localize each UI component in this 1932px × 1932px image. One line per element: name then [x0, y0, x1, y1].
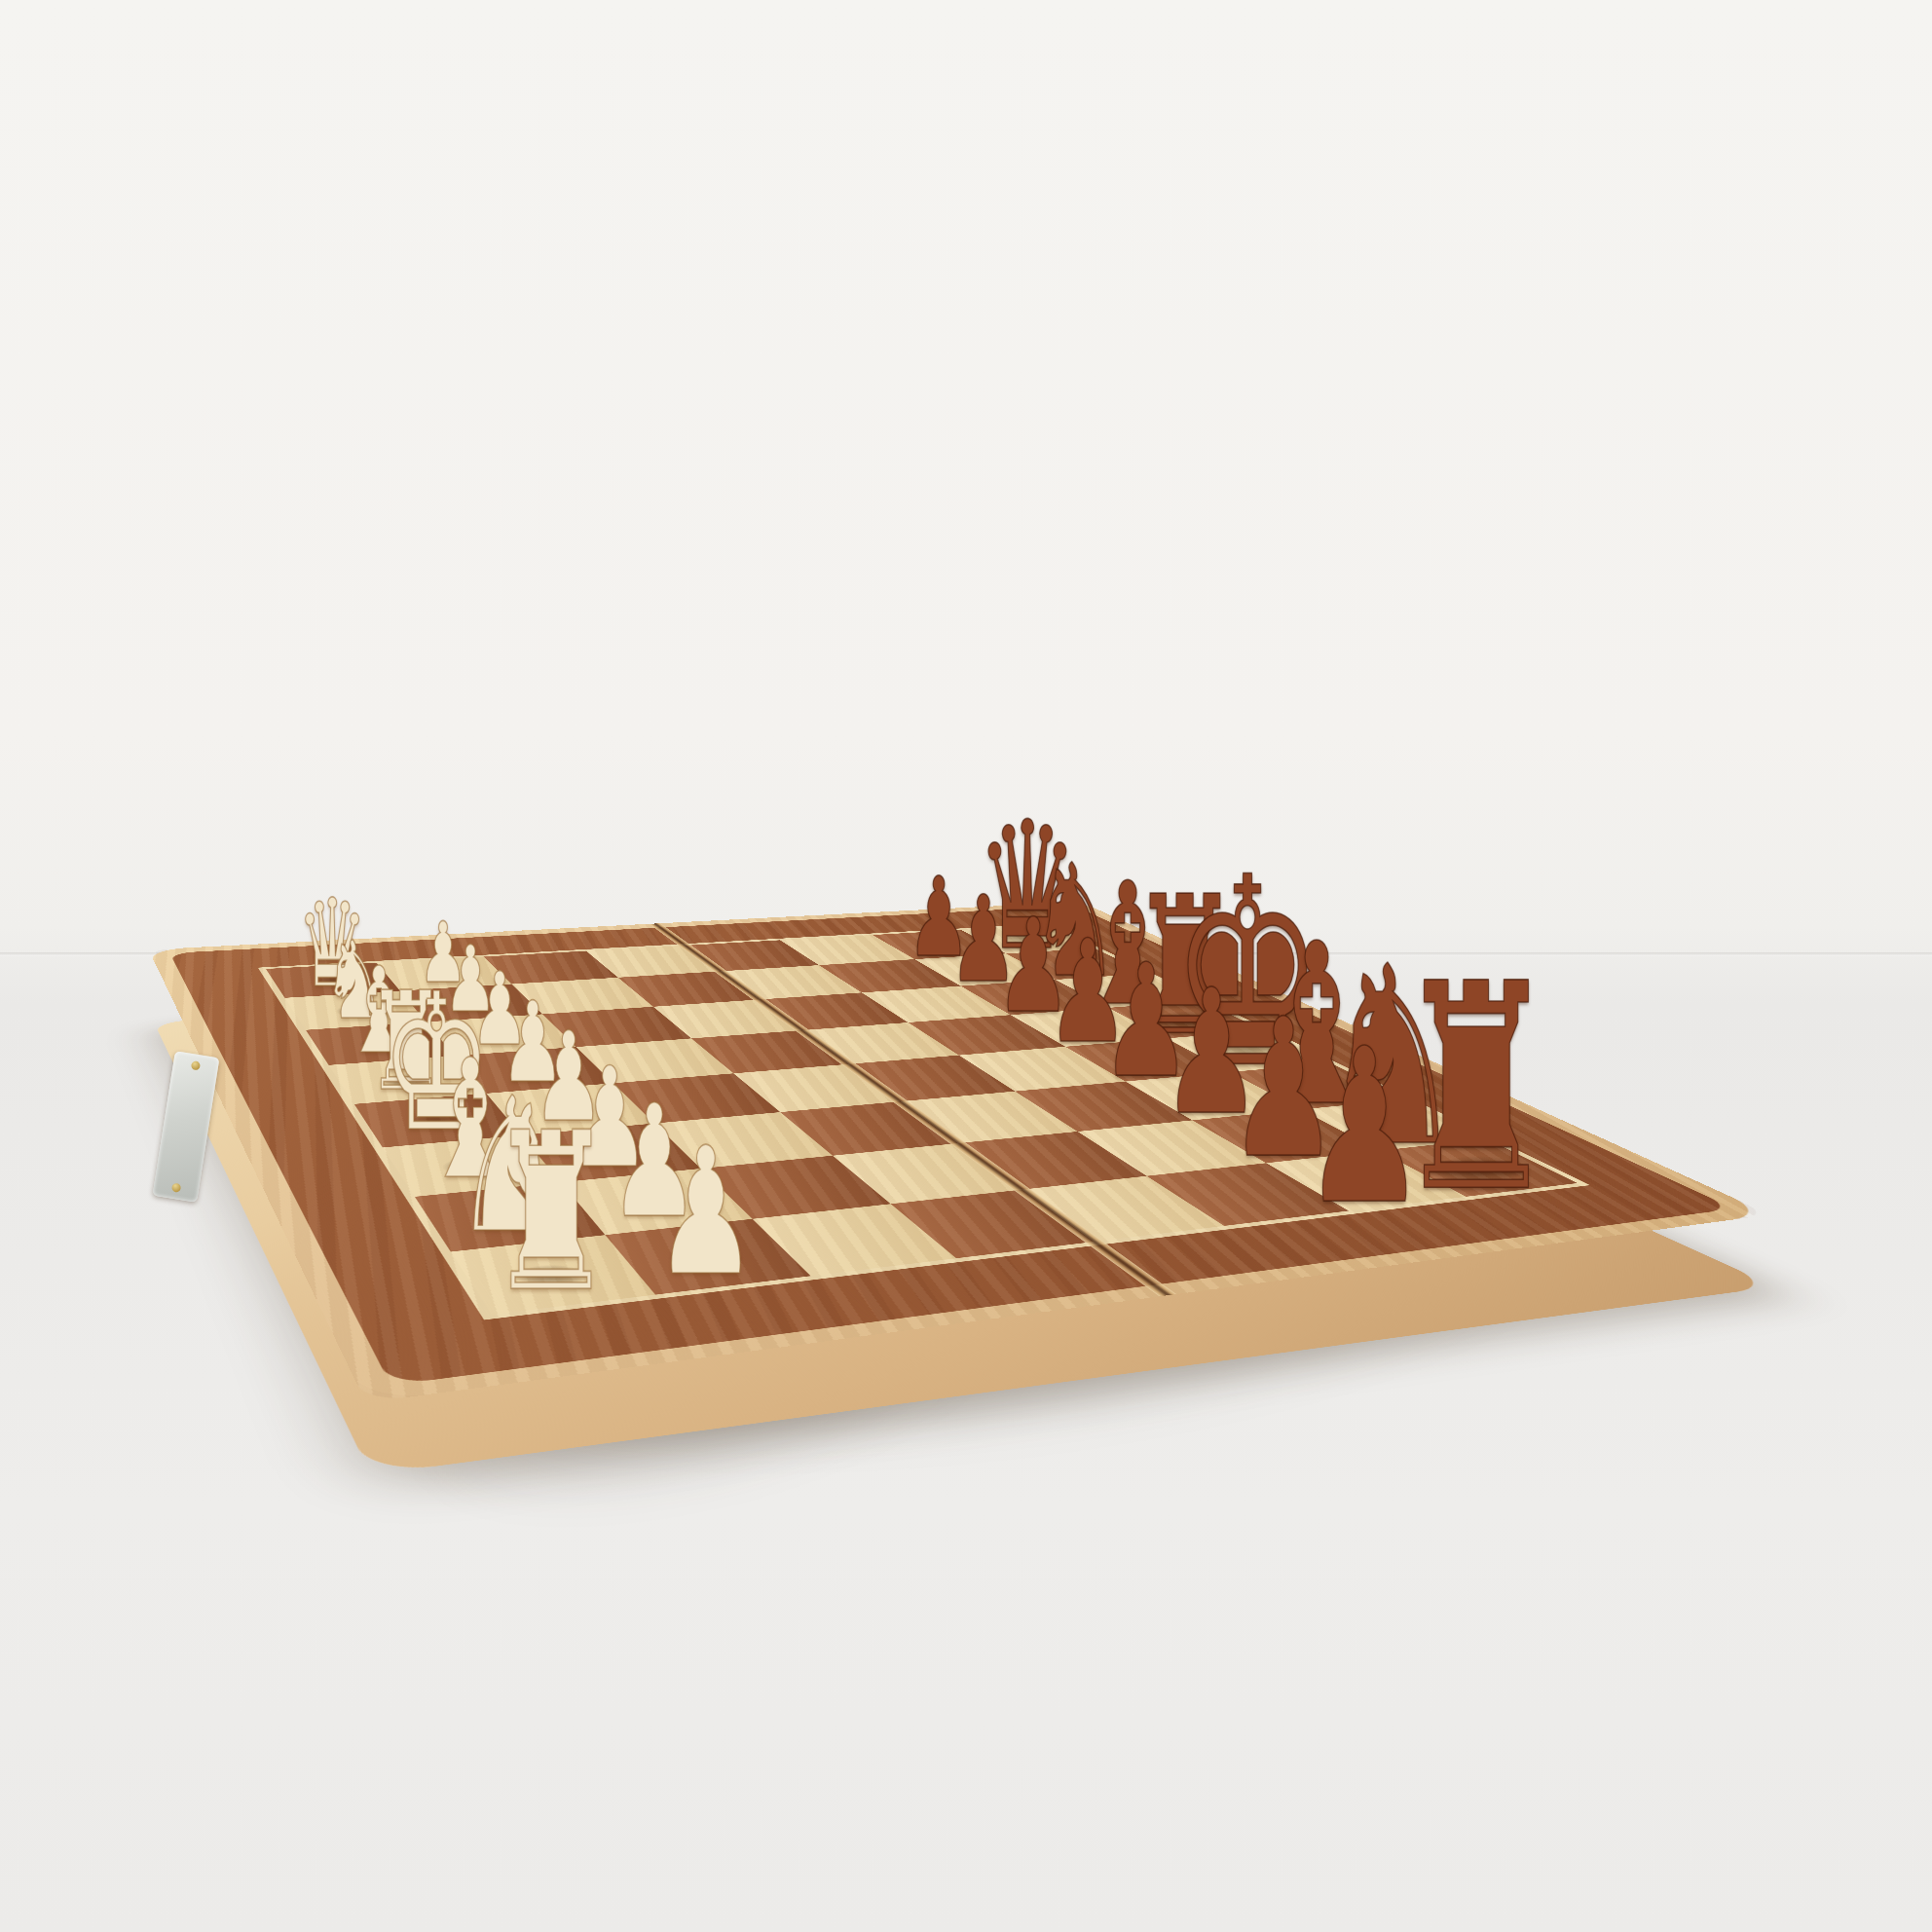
- photo-backdrop: ♛♞♝♜♚♝♞♜♟♟♟♟♟♟♟♟♟♟♟♟♟♟♟♟♛♞♝♜♚♝♞♜: [0, 0, 1932, 1932]
- piece-brown-pawn[interactable]: ♟: [1364, 1208, 1555, 1422]
- piece-white-rook[interactable]: ♜: [551, 1296, 747, 1514]
- plaque-screw-icon: [171, 1183, 181, 1193]
- plaque-screw-icon: [191, 1060, 201, 1070]
